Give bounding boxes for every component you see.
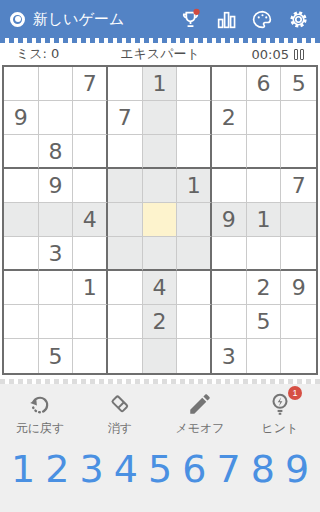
hint-label: ヒント xyxy=(262,420,299,437)
cell-r4c7[interactable] xyxy=(212,169,247,203)
memo-label: メモオフ xyxy=(175,420,224,437)
cell-r8c6[interactable] xyxy=(177,305,212,339)
cell-r3c9[interactable] xyxy=(281,135,316,169)
difficulty-label: エキスパート xyxy=(101,45,220,63)
bottom-panel: 元に戻す 消す メモオフ xyxy=(0,384,320,512)
cell-r9c4[interactable] xyxy=(108,339,143,373)
cell-r3c4[interactable] xyxy=(108,135,143,169)
cell-r9c8[interactable] xyxy=(247,339,282,373)
numpad-9[interactable]: 9 xyxy=(280,447,314,493)
numpad-5[interactable]: 5 xyxy=(143,447,177,493)
cell-r9c1[interactable] xyxy=(4,339,39,373)
cell-r1c5[interactable]: 1 xyxy=(143,67,178,101)
cell-r6c5[interactable] xyxy=(143,237,178,271)
hint-button[interactable]: 1 ヒント xyxy=(240,391,320,437)
cell-r5c2[interactable] xyxy=(39,203,74,237)
cell-r9c7[interactable]: 3 xyxy=(212,339,247,373)
cell-r7c3[interactable]: 1 xyxy=(73,271,108,305)
cell-r3c7[interactable] xyxy=(212,135,247,169)
cell-r3c2[interactable]: 8 xyxy=(39,135,74,169)
cell-r3c3[interactable] xyxy=(73,135,108,169)
cell-r1c4[interactable] xyxy=(108,67,143,101)
erase-button[interactable]: 消す xyxy=(80,391,160,437)
cell-r7c7[interactable] xyxy=(212,271,247,305)
cell-r6c9[interactable] xyxy=(281,237,316,271)
cell-r6c7[interactable] xyxy=(212,237,247,271)
cell-r8c7[interactable] xyxy=(212,305,247,339)
numpad: 123456789 xyxy=(0,447,320,493)
cell-r6c2[interactable]: 3 xyxy=(39,237,74,271)
cell-r5c3[interactable]: 4 xyxy=(73,203,108,237)
eraser-icon xyxy=(107,391,133,417)
cell-r2c5[interactable] xyxy=(143,101,178,135)
pause-icon[interactable] xyxy=(294,49,304,60)
lightbulb-icon: 1 xyxy=(267,391,293,417)
cell-r2c9[interactable] xyxy=(281,101,316,135)
cell-r4c5[interactable] xyxy=(143,169,178,203)
cell-r2c6[interactable] xyxy=(177,101,212,135)
status-bar: ミス: 0 エキスパート 00:05 xyxy=(0,43,320,65)
cell-r8c3[interactable] xyxy=(73,305,108,339)
cell-r1c2[interactable] xyxy=(39,67,74,101)
cell-r1c8[interactable]: 6 xyxy=(247,67,282,101)
hint-badge: 1 xyxy=(288,386,302,400)
cell-r5c7[interactable]: 9 xyxy=(212,203,247,237)
cell-r5c4[interactable] xyxy=(108,203,143,237)
cell-r2c7[interactable]: 2 xyxy=(212,101,247,135)
cell-r9c3[interactable] xyxy=(73,339,108,373)
cell-r4c4[interactable] xyxy=(108,169,143,203)
cell-r4c9[interactable]: 7 xyxy=(281,169,316,203)
cell-r9c5[interactable] xyxy=(143,339,178,373)
cell-r2c4[interactable]: 7 xyxy=(108,101,143,135)
cell-r7c2[interactable] xyxy=(39,271,74,305)
cell-r9c6[interactable] xyxy=(177,339,212,373)
toolbar: 元に戻す 消す メモオフ xyxy=(0,391,320,437)
timer: 00:05 xyxy=(252,47,289,62)
cell-r1c3[interactable]: 7 xyxy=(73,67,108,101)
mistakes-counter: ミス: 0 xyxy=(16,45,101,63)
cell-r2c8[interactable] xyxy=(247,101,282,135)
cell-r9c2[interactable]: 5 xyxy=(39,339,74,373)
undo-label: 元に戻す xyxy=(16,420,65,437)
cell-r4c3[interactable] xyxy=(73,169,108,203)
cell-r7c4[interactable] xyxy=(108,271,143,305)
cell-r4c8[interactable] xyxy=(247,169,282,203)
cell-r8c5[interactable]: 2 xyxy=(143,305,178,339)
undo-icon xyxy=(27,391,53,417)
palette-icon[interactable] xyxy=(251,8,274,31)
cell-r3c1[interactable] xyxy=(4,135,39,169)
numpad-7[interactable]: 7 xyxy=(212,447,246,493)
cell-r2c1[interactable]: 9 xyxy=(4,101,39,135)
cell-r4c2[interactable]: 9 xyxy=(39,169,74,203)
cell-r8c8[interactable]: 5 xyxy=(247,305,282,339)
numpad-1[interactable]: 1 xyxy=(6,447,40,493)
cell-r5c8[interactable]: 1 xyxy=(247,203,282,237)
memo-button[interactable]: メモオフ xyxy=(160,391,240,437)
new-game-label: 新しいゲーム xyxy=(33,10,124,29)
cell-r7c8[interactable]: 2 xyxy=(247,271,282,305)
numpad-8[interactable]: 8 xyxy=(246,447,280,493)
cell-r2c2[interactable] xyxy=(39,101,74,135)
numpad-3[interactable]: 3 xyxy=(75,447,109,493)
erase-label: 消す xyxy=(108,420,132,437)
cell-r4c1[interactable] xyxy=(4,169,39,203)
cell-r3c5[interactable] xyxy=(143,135,178,169)
new-game-icon xyxy=(10,12,25,27)
trophy-icon[interactable] xyxy=(179,8,202,31)
cell-r2c3[interactable] xyxy=(73,101,108,135)
cell-r1c7[interactable] xyxy=(212,67,247,101)
gear-icon[interactable] xyxy=(287,8,310,31)
cell-r3c6[interactable] xyxy=(177,135,212,169)
numpad-6[interactable]: 6 xyxy=(177,447,211,493)
cell-r8c4[interactable] xyxy=(108,305,143,339)
app-bar: 新しいゲーム xyxy=(0,0,320,38)
cell-r9c9[interactable] xyxy=(281,339,316,373)
cell-r3c8[interactable] xyxy=(247,135,282,169)
new-game-button[interactable]: 新しいゲーム xyxy=(10,10,124,29)
pencil-icon xyxy=(187,391,213,417)
cell-r5c6[interactable] xyxy=(177,203,212,237)
cell-r6c4[interactable] xyxy=(108,237,143,271)
numpad-2[interactable]: 2 xyxy=(40,447,74,493)
numpad-4[interactable]: 4 xyxy=(109,447,143,493)
bar-chart-icon[interactable] xyxy=(215,8,238,31)
cell-r1c1[interactable] xyxy=(4,67,39,101)
sudoku-board: 71659728917491314292553 xyxy=(2,65,318,375)
cell-r5c9[interactable] xyxy=(281,203,316,237)
cell-r6c8[interactable] xyxy=(247,237,282,271)
cell-r8c1[interactable] xyxy=(4,305,39,339)
cell-r6c6[interactable] xyxy=(177,237,212,271)
cell-r8c2[interactable] xyxy=(39,305,74,339)
cell-r7c5[interactable]: 4 xyxy=(143,271,178,305)
cell-r6c1[interactable] xyxy=(4,237,39,271)
cell-r1c9[interactable]: 5 xyxy=(281,67,316,101)
undo-button[interactable]: 元に戻す xyxy=(0,391,80,437)
cell-r5c1[interactable] xyxy=(4,203,39,237)
cell-r7c9[interactable]: 9 xyxy=(281,271,316,305)
cell-r1c6[interactable] xyxy=(177,67,212,101)
cell-r4c6[interactable]: 1 xyxy=(177,169,212,203)
cell-r5c5[interactable] xyxy=(143,203,178,237)
cell-r7c1[interactable] xyxy=(4,271,39,305)
cell-r6c3[interactable] xyxy=(73,237,108,271)
cell-r8c9[interactable] xyxy=(281,305,316,339)
cell-r7c6[interactable] xyxy=(177,271,212,305)
